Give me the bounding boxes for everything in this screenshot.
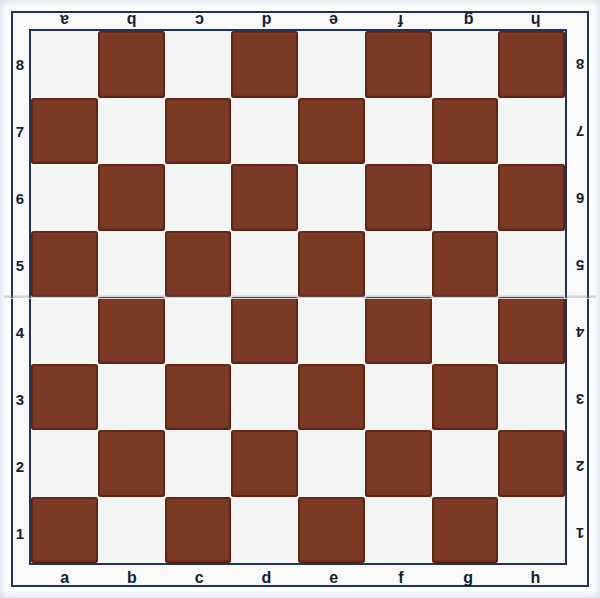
- file-label-bottom-b: b: [98, 569, 165, 586]
- square-g8[interactable]: [432, 31, 499, 98]
- square-f4[interactable]: [365, 297, 432, 364]
- rank-label-right-3: 3: [571, 366, 589, 433]
- square-d8[interactable]: [231, 31, 298, 98]
- square-b8[interactable]: [98, 31, 165, 98]
- rank-label-left-7: 7: [11, 98, 29, 165]
- rank-label-right-7: 7: [571, 98, 589, 165]
- square-e1[interactable]: [298, 497, 365, 564]
- square-c2[interactable]: [165, 430, 232, 497]
- square-e4[interactable]: [298, 297, 365, 364]
- square-f7[interactable]: [365, 98, 432, 165]
- file-label-top-e: e: [300, 11, 367, 29]
- square-g3[interactable]: [432, 364, 499, 431]
- rank-label-right-2: 2: [571, 433, 589, 500]
- square-a4[interactable]: [31, 297, 98, 364]
- square-a7[interactable]: [31, 98, 98, 165]
- square-e6[interactable]: [298, 164, 365, 231]
- square-f8[interactable]: [365, 31, 432, 98]
- square-a6[interactable]: [31, 164, 98, 231]
- file-label-bottom-f: f: [367, 569, 434, 586]
- square-a1[interactable]: [31, 497, 98, 564]
- square-c4[interactable]: [165, 297, 232, 364]
- file-label-top-f: f: [367, 11, 434, 29]
- square-d2[interactable]: [231, 430, 298, 497]
- file-label-bottom-g: g: [435, 569, 502, 586]
- file-label-bottom-d: d: [233, 569, 300, 586]
- file-label-bottom-h: h: [502, 569, 569, 586]
- square-b1[interactable]: [98, 497, 165, 564]
- square-e2[interactable]: [298, 430, 365, 497]
- square-d4[interactable]: [231, 297, 298, 364]
- file-label-top-d: d: [233, 11, 300, 29]
- square-b7[interactable]: [98, 98, 165, 165]
- file-labels-top: abcdefgh: [31, 11, 569, 29]
- file-label-bottom-e: e: [300, 569, 367, 586]
- square-f3[interactable]: [365, 364, 432, 431]
- rank-labels-right: 87654321: [571, 31, 589, 567]
- square-b3[interactable]: [98, 364, 165, 431]
- square-b4[interactable]: [98, 297, 165, 364]
- file-label-top-h: h: [502, 11, 569, 29]
- square-g6[interactable]: [432, 164, 499, 231]
- square-g1[interactable]: [432, 497, 499, 564]
- square-h3[interactable]: [498, 364, 565, 431]
- square-e5[interactable]: [298, 231, 365, 298]
- chessboard-grid: [29, 29, 567, 565]
- square-g7[interactable]: [432, 98, 499, 165]
- rank-label-left-2: 2: [11, 433, 29, 500]
- square-h2[interactable]: [498, 430, 565, 497]
- square-b6[interactable]: [98, 164, 165, 231]
- square-d7[interactable]: [231, 98, 298, 165]
- file-labels-bottom: abcdefgh: [31, 569, 569, 586]
- square-f6[interactable]: [365, 164, 432, 231]
- square-g4[interactable]: [432, 297, 499, 364]
- square-g5[interactable]: [432, 231, 499, 298]
- square-a5[interactable]: [31, 231, 98, 298]
- rank-label-left-5: 5: [11, 232, 29, 299]
- rank-label-right-6: 6: [571, 165, 589, 232]
- square-c5[interactable]: [165, 231, 232, 298]
- square-d1[interactable]: [231, 497, 298, 564]
- chessboard-photo: abcdefgh 87654321 87654321 abcdefgh: [0, 0, 600, 598]
- rank-label-right-1: 1: [571, 500, 589, 567]
- square-h8[interactable]: [498, 31, 565, 98]
- rank-label-right-4: 4: [571, 299, 589, 366]
- square-e8[interactable]: [298, 31, 365, 98]
- file-label-bottom-c: c: [166, 569, 233, 586]
- rank-label-left-3: 3: [11, 366, 29, 433]
- square-d3[interactable]: [231, 364, 298, 431]
- file-label-top-b: b: [98, 11, 165, 29]
- square-e7[interactable]: [298, 98, 365, 165]
- rank-label-right-5: 5: [571, 232, 589, 299]
- square-h4[interactable]: [498, 297, 565, 364]
- rank-label-left-1: 1: [11, 500, 29, 567]
- square-c7[interactable]: [165, 98, 232, 165]
- square-b5[interactable]: [98, 231, 165, 298]
- rank-label-left-8: 8: [11, 31, 29, 98]
- rank-labels-left: 87654321: [11, 31, 29, 567]
- square-c8[interactable]: [165, 31, 232, 98]
- file-label-top-g: g: [435, 11, 502, 29]
- square-c3[interactable]: [165, 364, 232, 431]
- file-label-top-c: c: [166, 11, 233, 29]
- square-a3[interactable]: [31, 364, 98, 431]
- square-h7[interactable]: [498, 98, 565, 165]
- square-h1[interactable]: [498, 497, 565, 564]
- rank-label-right-8: 8: [571, 31, 589, 98]
- square-f5[interactable]: [365, 231, 432, 298]
- square-b2[interactable]: [98, 430, 165, 497]
- square-f1[interactable]: [365, 497, 432, 564]
- rank-label-left-4: 4: [11, 299, 29, 366]
- square-c1[interactable]: [165, 497, 232, 564]
- square-h6[interactable]: [498, 164, 565, 231]
- file-label-bottom-a: a: [31, 569, 98, 586]
- square-c6[interactable]: [165, 164, 232, 231]
- square-d5[interactable]: [231, 231, 298, 298]
- square-h5[interactable]: [498, 231, 565, 298]
- square-f2[interactable]: [365, 430, 432, 497]
- square-g2[interactable]: [432, 430, 499, 497]
- file-label-top-a: a: [31, 11, 98, 29]
- square-a2[interactable]: [31, 430, 98, 497]
- rank-label-left-6: 6: [11, 165, 29, 232]
- square-a8[interactable]: [31, 31, 98, 98]
- square-e3[interactable]: [298, 364, 365, 431]
- square-d6[interactable]: [231, 164, 298, 231]
